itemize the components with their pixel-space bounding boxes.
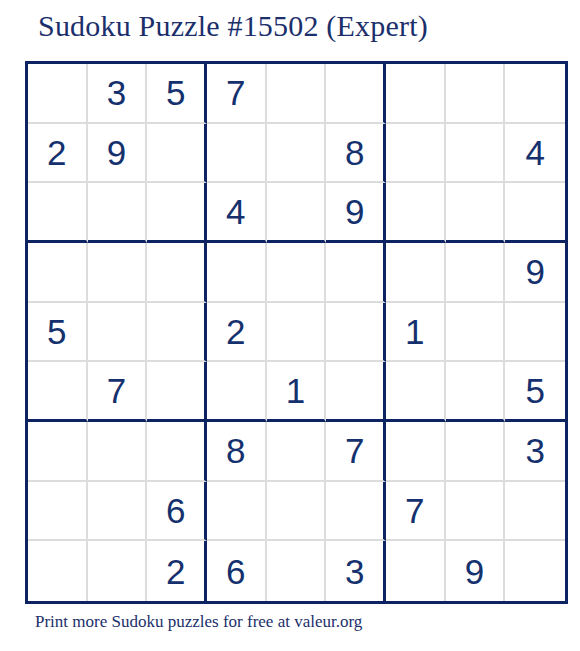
cell-r2c7[interactable] [386,124,446,184]
cell-r3c5[interactable] [267,183,327,243]
cell-r9c1[interactable] [28,541,88,601]
cell-r5c4[interactable]: 2 [207,303,267,363]
cell-r6c8[interactable] [446,362,506,422]
cell-r1c4[interactable]: 7 [207,64,267,124]
sudoku-print-page: Sudoku Puzzle #15502 (Expert) 3572984499… [0,0,580,651]
cell-r3c8[interactable] [446,183,506,243]
cell-r2c9[interactable]: 4 [505,124,565,184]
cell-r7c9[interactable]: 3 [505,422,565,482]
cell-r5c9[interactable] [505,303,565,363]
cell-r7c1[interactable] [28,422,88,482]
cell-r6c3[interactable] [147,362,207,422]
cell-r7c6[interactable]: 7 [326,422,386,482]
cell-r8c6[interactable] [326,482,386,542]
cell-r4c6[interactable] [326,243,386,303]
cell-r4c5[interactable] [267,243,327,303]
cell-r3c3[interactable] [147,183,207,243]
cell-r9c9[interactable] [505,541,565,601]
cell-r9c8[interactable]: 9 [446,541,506,601]
cell-r7c8[interactable] [446,422,506,482]
cell-r7c3[interactable] [147,422,207,482]
cell-r6c9[interactable]: 5 [505,362,565,422]
cell-r4c8[interactable] [446,243,506,303]
cell-r8c7[interactable]: 7 [386,482,446,542]
cell-r5c3[interactable] [147,303,207,363]
cell-r1c6[interactable] [326,64,386,124]
cell-r4c9[interactable]: 9 [505,243,565,303]
cell-r3c2[interactable] [88,183,148,243]
cell-r2c1[interactable]: 2 [28,124,88,184]
cell-r3c4[interactable]: 4 [207,183,267,243]
cell-r5c6[interactable] [326,303,386,363]
cell-r3c9[interactable] [505,183,565,243]
cell-r3c1[interactable] [28,183,88,243]
cell-r8c4[interactable] [207,482,267,542]
cell-r6c7[interactable] [386,362,446,422]
cell-r6c5[interactable]: 1 [267,362,327,422]
cell-r8c5[interactable] [267,482,327,542]
cell-r9c2[interactable] [88,541,148,601]
cell-r6c2[interactable]: 7 [88,362,148,422]
footer-text: Print more Sudoku puzzles for free at va… [35,612,362,632]
cell-r5c1[interactable]: 5 [28,303,88,363]
cell-r1c9[interactable] [505,64,565,124]
cell-r2c5[interactable] [267,124,327,184]
cell-r7c5[interactable] [267,422,327,482]
cell-r4c4[interactable] [207,243,267,303]
cell-r5c8[interactable] [446,303,506,363]
cell-r6c6[interactable] [326,362,386,422]
cell-r1c3[interactable]: 5 [147,64,207,124]
cell-r1c1[interactable] [28,64,88,124]
cell-r6c4[interactable] [207,362,267,422]
cell-r8c9[interactable] [505,482,565,542]
cell-r8c2[interactable] [88,482,148,542]
cell-r1c5[interactable] [267,64,327,124]
cell-r5c7[interactable]: 1 [386,303,446,363]
cell-r4c1[interactable] [28,243,88,303]
cell-r2c6[interactable]: 8 [326,124,386,184]
cell-r9c3[interactable]: 2 [147,541,207,601]
cell-r6c1[interactable] [28,362,88,422]
cell-r7c4[interactable]: 8 [207,422,267,482]
cell-r8c8[interactable] [446,482,506,542]
cell-r9c5[interactable] [267,541,327,601]
cell-r9c4[interactable]: 6 [207,541,267,601]
cell-r7c7[interactable] [386,422,446,482]
cell-r9c7[interactable] [386,541,446,601]
cell-r3c7[interactable] [386,183,446,243]
cell-r2c2[interactable]: 9 [88,124,148,184]
cell-r7c2[interactable] [88,422,148,482]
page-title: Sudoku Puzzle #15502 (Expert) [38,9,428,43]
cell-r4c7[interactable] [386,243,446,303]
cell-r1c2[interactable]: 3 [88,64,148,124]
cell-r4c2[interactable] [88,243,148,303]
cell-r8c3[interactable]: 6 [147,482,207,542]
cell-r8c1[interactable] [28,482,88,542]
cell-r5c5[interactable] [267,303,327,363]
cell-r9c6[interactable]: 3 [326,541,386,601]
sudoku-board: 3572984499521715873672639 [25,61,568,604]
cell-r1c7[interactable] [386,64,446,124]
cell-r3c6[interactable]: 9 [326,183,386,243]
cell-r2c4[interactable] [207,124,267,184]
cell-r1c8[interactable] [446,64,506,124]
cell-r2c8[interactable] [446,124,506,184]
cell-r2c3[interactable] [147,124,207,184]
cell-r5c2[interactable] [88,303,148,363]
cell-r4c3[interactable] [147,243,207,303]
